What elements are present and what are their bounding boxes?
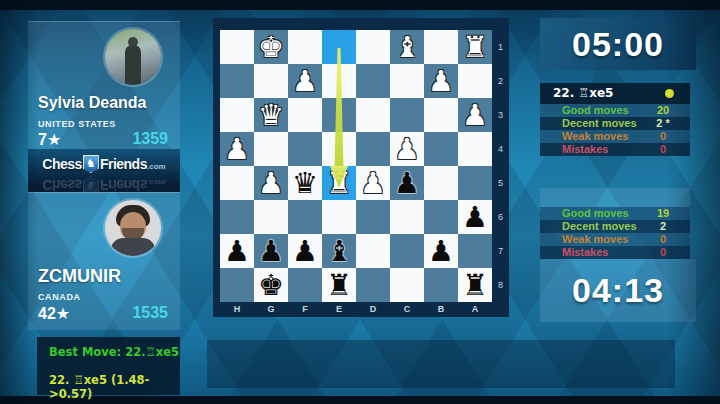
logo-text-com: .com <box>147 162 166 171</box>
player-country: CANADA <box>38 292 81 302</box>
square-h8[interactable] <box>220 268 254 302</box>
square-a2[interactable] <box>458 64 492 98</box>
player-name: Sylvia Deanda <box>38 94 147 112</box>
piece-white-rook: ♜ <box>322 166 356 200</box>
square-e3[interactable] <box>322 98 356 132</box>
square-d1[interactable] <box>356 30 390 64</box>
square-c1[interactable]: ♝ <box>390 30 424 64</box>
square-g4[interactable] <box>254 132 288 166</box>
square-g3[interactable]: ♛ <box>254 98 288 132</box>
piece-black-pawn: ♟ <box>254 234 288 268</box>
piece-black-king: ♚ <box>254 268 288 302</box>
player-panel-black: ZCMUNIR CANADA 42★ 1535 <box>28 192 180 330</box>
chessfriends-logo: Chess♞Friends.com <box>28 155 180 173</box>
square-h7[interactable]: ♟ <box>220 234 254 268</box>
square-c6[interactable] <box>390 200 424 234</box>
clock-white: 05:00 <box>540 18 696 70</box>
square-d3[interactable] <box>356 98 390 132</box>
move-label: 22. ♖xe5 <box>553 86 613 100</box>
logo-text-friends: Friends <box>100 156 147 172</box>
stat-row-decent: Decent moves2 <box>540 220 690 233</box>
rank-label: 7 <box>492 234 509 268</box>
square-e1[interactable] <box>322 30 356 64</box>
chess-board: ♚♝♜♟♟♛♟♟♟♟♛♜♟♟♟♟♟♟♝♟♚♜♜ 12345678 HGFEDCB… <box>213 18 509 317</box>
square-a7[interactable] <box>458 234 492 268</box>
piece-white-pawn: ♟ <box>254 166 288 200</box>
piece-black-queen: ♛ <box>288 166 322 200</box>
square-f4[interactable] <box>288 132 322 166</box>
player-name: ZCMUNIR <box>38 266 121 287</box>
square-a1[interactable]: ♜ <box>458 30 492 64</box>
file-label: G <box>254 302 288 317</box>
square-b3[interactable] <box>424 98 458 132</box>
square-e2[interactable] <box>322 64 356 98</box>
avatar-white-player[interactable] <box>105 29 161 85</box>
square-f3[interactable] <box>288 98 322 132</box>
file-labels: HGFEDCBA <box>220 302 492 317</box>
piece-black-pawn: ♟ <box>390 166 424 200</box>
square-d5[interactable]: ♟ <box>356 166 390 200</box>
stat-row-mistakes: Mistakes0 <box>540 246 690 259</box>
square-g2[interactable] <box>254 64 288 98</box>
rank-label: 3 <box>492 98 509 132</box>
square-h6[interactable] <box>220 200 254 234</box>
logo-text-chess: Chess <box>42 156 82 172</box>
rank-label: 5 <box>492 166 509 200</box>
square-d6[interactable] <box>356 200 390 234</box>
square-e5[interactable]: ♜ <box>322 166 356 200</box>
app-window: Sylvia Deanda UNITED STATES 7★ 1359 Ches… <box>0 0 720 404</box>
piece-black-pawn: ♟ <box>458 200 492 234</box>
square-f8[interactable] <box>288 268 322 302</box>
rank-label: 6 <box>492 200 509 234</box>
stat-row-weak: Weak moves0 <box>540 130 690 143</box>
square-e4[interactable] <box>322 132 356 166</box>
piece-black-pawn: ♟ <box>220 234 254 268</box>
square-d2[interactable] <box>356 64 390 98</box>
square-e8[interactable]: ♜ <box>322 268 356 302</box>
piece-white-queen: ♛ <box>254 98 288 132</box>
square-g8[interactable]: ♚ <box>254 268 288 302</box>
analysis-panel-black: Good moves19 Decent moves2 Weak moves0 M… <box>540 188 690 259</box>
best-move-panel: Best Move: 22.♖xe5 22. ♖xe5 (1.48->0.57) <box>37 337 180 395</box>
stat-row-good: Good moves19 <box>540 207 690 220</box>
stat-row-mistakes: Mistakes0 <box>540 143 690 156</box>
piece-black-bishop: ♝ <box>322 234 356 268</box>
piece-white-rook: ♜ <box>458 30 492 64</box>
square-c5[interactable]: ♟ <box>390 166 424 200</box>
square-a8[interactable]: ♜ <box>458 268 492 302</box>
piece-black-pawn: ♟ <box>288 234 322 268</box>
piece-black-rook: ♜ <box>322 268 356 302</box>
square-h4[interactable]: ♟ <box>220 132 254 166</box>
square-h2[interactable] <box>220 64 254 98</box>
square-a5[interactable] <box>458 166 492 200</box>
stat-row-decent: Decent moves2 * <box>540 117 690 130</box>
square-f6[interactable] <box>288 200 322 234</box>
square-g1[interactable]: ♚ <box>254 30 288 64</box>
player-stars: 42★ <box>38 304 70 323</box>
file-label: E <box>322 302 356 317</box>
clock-black: 04:13 <box>540 259 696 322</box>
square-e7[interactable]: ♝ <box>322 234 356 268</box>
file-label: F <box>288 302 322 317</box>
analysis-header-empty <box>540 188 690 207</box>
square-b1[interactable] <box>424 30 458 64</box>
rank-label: 2 <box>492 64 509 98</box>
square-a3[interactable]: ♟ <box>458 98 492 132</box>
piece-black-pawn: ♟ <box>424 234 458 268</box>
player-country: UNITED STATES <box>38 119 116 129</box>
avatar-black-player[interactable] <box>105 200 161 256</box>
square-c7[interactable] <box>390 234 424 268</box>
square-e6[interactable] <box>322 200 356 234</box>
best-move-line: Best Move: 22.♖xe5 <box>49 345 179 359</box>
square-b5[interactable] <box>424 166 458 200</box>
square-g5[interactable]: ♟ <box>254 166 288 200</box>
piece-white-pawn: ♟ <box>390 132 424 166</box>
square-b7[interactable]: ♟ <box>424 234 458 268</box>
piece-white-bishop: ♝ <box>390 30 424 64</box>
rank-label: 1 <box>492 30 509 64</box>
square-a4[interactable] <box>458 132 492 166</box>
stat-row-good: Good moves20 <box>540 104 690 117</box>
square-d4[interactable] <box>356 132 390 166</box>
analysis-panel-white: 22. ♖xe5 Good moves20 Decent moves2 * We… <box>540 83 690 156</box>
square-h5[interactable] <box>220 166 254 200</box>
square-c8[interactable] <box>390 268 424 302</box>
square-h3[interactable] <box>220 98 254 132</box>
square-c3[interactable] <box>390 98 424 132</box>
piece-white-pawn: ♟ <box>356 166 390 200</box>
square-d7[interactable] <box>356 234 390 268</box>
player-rating: 1535 <box>132 304 168 322</box>
square-g6[interactable] <box>254 200 288 234</box>
square-f2[interactable]: ♟ <box>288 64 322 98</box>
square-b6[interactable] <box>424 200 458 234</box>
file-label: C <box>390 302 424 317</box>
square-b8[interactable] <box>424 268 458 302</box>
top-letterbox-bar <box>0 0 720 10</box>
square-h1[interactable] <box>220 30 254 64</box>
file-label: H <box>220 302 254 317</box>
square-g7[interactable]: ♟ <box>254 234 288 268</box>
piece-black-rook: ♜ <box>458 268 492 302</box>
analysis-move-header: 22. ♖xe5 <box>540 83 690 104</box>
bottom-overlay-band <box>207 340 675 388</box>
piece-white-king: ♚ <box>254 30 288 64</box>
square-c4[interactable]: ♟ <box>390 132 424 166</box>
file-label: D <box>356 302 390 317</box>
chess-board-squares: ♚♝♜♟♟♛♟♟♟♟♛♜♟♟♟♟♟♟♝♟♚♜♜ <box>220 30 492 302</box>
square-b2[interactable]: ♟ <box>424 64 458 98</box>
player-panel-white: Sylvia Deanda UNITED STATES 7★ 1359 <box>28 21 180 149</box>
person-silhouette-icon <box>125 45 141 85</box>
square-f5[interactable]: ♛ <box>288 166 322 200</box>
rank-labels: 12345678 <box>492 30 509 302</box>
stat-row-weak: Weak moves0 <box>540 233 690 246</box>
player-rating: 1359 <box>132 130 168 148</box>
square-c2[interactable] <box>390 64 424 98</box>
square-a6[interactable]: ♟ <box>458 200 492 234</box>
chessfriends-logo-band: Chess♞Friends.com Chess♞Friends.com <box>28 149 180 192</box>
player-stars: 7★ <box>38 130 61 149</box>
piece-white-pawn: ♟ <box>424 64 458 98</box>
file-label: A <box>458 302 492 317</box>
move-quality-dot-icon <box>665 89 674 98</box>
shield-knight-icon: ♞ <box>83 155 99 173</box>
rank-label: 4 <box>492 132 509 166</box>
piece-white-pawn: ♟ <box>458 98 492 132</box>
square-f1[interactable] <box>288 30 322 64</box>
rank-label: 8 <box>492 268 509 302</box>
piece-white-pawn: ♟ <box>288 64 322 98</box>
piece-white-pawn: ♟ <box>220 132 254 166</box>
square-d8[interactable] <box>356 268 390 302</box>
square-b4[interactable] <box>424 132 458 166</box>
avatar-shoulders <box>111 238 155 256</box>
logo-reflection: Chess♞Friends.com <box>28 176 180 192</box>
played-move-eval-line: 22. ♖xe5 (1.48->0.57) <box>49 373 180 401</box>
square-f7[interactable]: ♟ <box>288 234 322 268</box>
file-label: B <box>424 302 458 317</box>
